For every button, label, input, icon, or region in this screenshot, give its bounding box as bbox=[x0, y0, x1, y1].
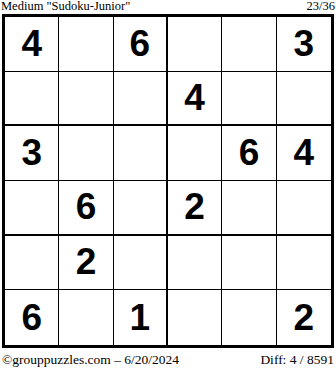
cell-r5c1[interactable] bbox=[5, 236, 59, 291]
cell-r3c3[interactable] bbox=[114, 126, 168, 181]
cell-r6c1[interactable]: 6 bbox=[5, 290, 59, 345]
cell-r3c6[interactable]: 4 bbox=[277, 126, 331, 181]
cell-r6c6[interactable]: 2 bbox=[277, 290, 331, 345]
cell-r6c5[interactable] bbox=[222, 290, 276, 345]
cell-r2c2[interactable] bbox=[59, 72, 113, 127]
cell-r6c2[interactable] bbox=[59, 290, 113, 345]
cell-r6c3[interactable]: 1 bbox=[114, 290, 168, 345]
copyright-text: ©grouppuzzles.com – 6/20/2024 bbox=[2, 352, 179, 367]
puzzle-page: Medium "Sudoku-Junior" 23/36 46343646226… bbox=[0, 0, 336, 370]
cell-r1c6[interactable]: 3 bbox=[277, 17, 331, 72]
cell-r4c3[interactable] bbox=[114, 181, 168, 236]
cell-r1c4[interactable] bbox=[168, 17, 222, 72]
cell-r3c1[interactable]: 3 bbox=[5, 126, 59, 181]
cell-r3c4[interactable] bbox=[168, 126, 222, 181]
cell-r2c6[interactable] bbox=[277, 72, 331, 127]
cell-r2c4[interactable]: 4 bbox=[168, 72, 222, 127]
cell-r5c2[interactable]: 2 bbox=[59, 236, 113, 291]
cell-r4c1[interactable] bbox=[5, 181, 59, 236]
header: Medium "Sudoku-Junior" 23/36 bbox=[0, 0, 336, 14]
cell-r1c2[interactable] bbox=[59, 17, 113, 72]
cell-r2c1[interactable] bbox=[5, 72, 59, 127]
cell-r5c6[interactable] bbox=[277, 236, 331, 291]
cell-r4c2[interactable]: 6 bbox=[59, 181, 113, 236]
cell-r2c3[interactable] bbox=[114, 72, 168, 127]
cell-r5c3[interactable] bbox=[114, 236, 168, 291]
footer: ©grouppuzzles.com – 6/20/2024 Diff: 4 / … bbox=[0, 348, 336, 367]
cell-r4c5[interactable] bbox=[222, 181, 276, 236]
puzzle-title: Medium "Sudoku-Junior" bbox=[1, 0, 130, 13]
cell-r4c4[interactable]: 2 bbox=[168, 181, 222, 236]
cell-r5c5[interactable] bbox=[222, 236, 276, 291]
difficulty-text: Diff: 4 / 8591 bbox=[260, 352, 334, 367]
cell-r1c1[interactable]: 4 bbox=[5, 17, 59, 72]
cell-r2c5[interactable] bbox=[222, 72, 276, 127]
cell-r1c3[interactable]: 6 bbox=[114, 17, 168, 72]
sudoku-board: 4634364622612 bbox=[2, 14, 334, 348]
cell-r6c4[interactable] bbox=[168, 290, 222, 345]
cell-r3c2[interactable] bbox=[59, 126, 113, 181]
cell-r5c4[interactable] bbox=[168, 236, 222, 291]
givens-counter: 23/36 bbox=[307, 0, 335, 13]
cell-r3c5[interactable]: 6 bbox=[222, 126, 276, 181]
cell-r1c5[interactable] bbox=[222, 17, 276, 72]
cell-r4c6[interactable] bbox=[277, 181, 331, 236]
